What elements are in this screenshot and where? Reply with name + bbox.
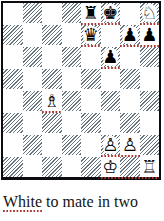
black-rook-e8: ♜ [81, 3, 101, 23]
spellcheck-squiggle-f2-g2 [101, 154, 140, 157]
square-h3 [140, 113, 160, 133]
spellcheck-squiggle-g7-h7 [120, 44, 159, 47]
square-c6 [42, 47, 62, 67]
square-e7: ♛ [81, 25, 101, 45]
spellcheck-squiggle-h8 [140, 22, 160, 25]
square-c5 [42, 69, 62, 89]
square-e8: ♜ [81, 3, 101, 23]
square-a4 [3, 91, 23, 111]
square-d2 [62, 135, 82, 155]
square-g5 [120, 69, 140, 89]
square-h2 [140, 135, 160, 155]
spellcheck-squiggle-e8-f8 [81, 22, 120, 25]
black-king-f8: ♚ [101, 3, 121, 23]
square-d7 [62, 25, 82, 45]
square-h4 [140, 91, 160, 111]
square-c7 [42, 25, 62, 45]
caption-flagged-word: White [3, 193, 42, 212]
white-knight-h8: ♘ [140, 3, 160, 23]
caption-white-to-mate-in-two: White to mate in two [3, 191, 163, 213]
square-c4: ♗ [42, 91, 62, 111]
square-b7 [23, 25, 43, 45]
black-queen-e7: ♛ [81, 25, 101, 45]
square-g3 [120, 113, 140, 133]
square-d4 [62, 91, 82, 111]
square-a1 [3, 157, 23, 177]
square-f6: ♟ [101, 47, 121, 67]
square-d6 [62, 47, 82, 67]
square-a7 [3, 25, 23, 45]
square-g1 [120, 157, 140, 177]
square-e1 [81, 157, 101, 177]
square-b6 [23, 47, 43, 67]
square-c3 [42, 113, 62, 133]
square-d3 [62, 113, 82, 133]
black-pawn-h7: ♟ [140, 25, 160, 45]
square-a5 [3, 69, 23, 89]
white-rook-h1: ♖ [140, 157, 160, 177]
square-d8 [62, 3, 82, 23]
square-a8 [3, 3, 23, 23]
square-f5 [101, 69, 121, 89]
square-h7: ♟ [140, 25, 160, 45]
white-pawn-g2: ♙ [120, 135, 140, 155]
square-d5 [62, 69, 82, 89]
square-f4 [101, 91, 121, 111]
square-e3 [81, 113, 101, 133]
square-b4 [23, 91, 43, 111]
caption-rest: to mate in two [42, 193, 138, 210]
square-a2 [3, 135, 23, 155]
square-a3 [3, 113, 23, 133]
square-e4 [81, 91, 101, 111]
square-f8: ♚ [101, 3, 121, 23]
square-h8: ♘ [140, 3, 160, 23]
white-king-f1: ♔ [101, 157, 121, 177]
square-b5 [23, 69, 43, 89]
spellcheck-squiggle-c4 [42, 110, 62, 113]
square-h1: ♖ [140, 157, 160, 177]
square-c2 [42, 135, 62, 155]
square-d1 [62, 157, 82, 177]
square-a6 [3, 47, 23, 67]
square-f7 [101, 25, 121, 45]
white-pawn-f2: ♙ [101, 135, 121, 155]
chess-board: ♜♚♘♛♟♟♟♗♙♙♔♖ [1, 1, 161, 180]
chess-board-grid: ♜♚♘♛♟♟♟♗♙♙♔♖ [3, 3, 159, 177]
square-g4 [120, 91, 140, 111]
square-b2 [23, 135, 43, 155]
square-c1 [42, 157, 62, 177]
square-g7: ♟ [120, 25, 140, 45]
spellcheck-squiggle-f6 [101, 66, 121, 69]
square-e5 [81, 69, 101, 89]
square-g2: ♙ [120, 135, 140, 155]
square-b1 [23, 157, 43, 177]
square-b8 [23, 3, 43, 23]
square-h6 [140, 47, 160, 67]
square-f1: ♔ [101, 157, 121, 177]
black-pawn-f6: ♟ [101, 47, 121, 67]
square-g6 [120, 47, 140, 67]
white-bishop-c4: ♗ [42, 91, 62, 111]
square-h5 [140, 69, 160, 89]
square-e2 [81, 135, 101, 155]
square-c8 [42, 3, 62, 23]
spellcheck-squiggle-f1-h1 [101, 176, 160, 179]
square-b3 [23, 113, 43, 133]
square-g8 [120, 3, 140, 23]
square-f3 [101, 113, 121, 133]
black-pawn-g7: ♟ [120, 25, 140, 45]
spellcheck-squiggle-e7 [81, 44, 101, 47]
square-f2: ♙ [101, 135, 121, 155]
square-e6 [81, 47, 101, 67]
